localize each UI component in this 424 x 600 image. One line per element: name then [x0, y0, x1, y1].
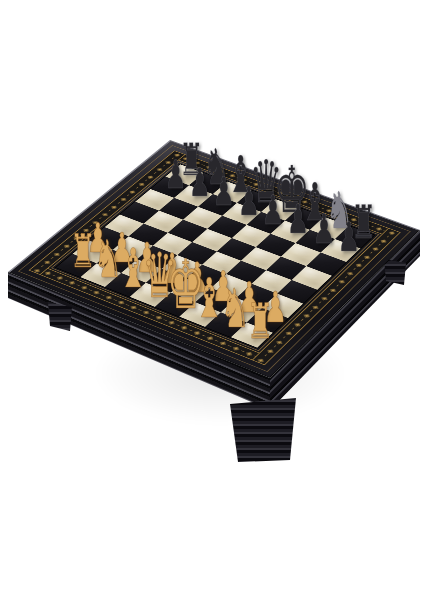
piece-black-pawn-d7[interactable]: ♟ [237, 181, 259, 221]
piece-black-pawn-a7[interactable]: ♟ [165, 155, 187, 194]
chess-set-photo: ◈–◈–◈–◈–◈–◈–◈–◈–◈–◈–◈–◈–◈–◈–◈–◈–◈–◈–◈–◈–… [0, 0, 424, 600]
piece-black-pawn-c7[interactable]: ♟ [213, 172, 235, 212]
piece-white-rook-a1[interactable]: ♜ [70, 228, 96, 274]
piece-black-pawn-f7[interactable]: ♟ [287, 199, 309, 239]
piece-black-pawn-g7[interactable]: ♟ [312, 208, 335, 249]
piece-black-pawn-h7[interactable]: ♟ [338, 217, 361, 258]
pieces-layer: ♜♞♝♛♚♝♞♜♟♟♟♟♟♟♟♟♟♟♟♟♟♟♟♟♜♞♝♛♚♝♞♜ [0, 0, 424, 600]
piece-black-pawn-e7[interactable]: ♟ [262, 190, 284, 230]
piece-black-pawn-b7[interactable]: ♟ [189, 163, 211, 203]
piece-white-rook-h1[interactable]: ♜ [247, 297, 274, 345]
piece-white-knight-g1[interactable]: ♞ [220, 282, 250, 336]
